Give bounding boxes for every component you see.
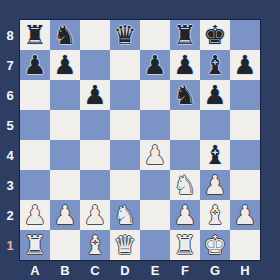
piece-black-pawn-e7[interactable]: ♟ <box>143 50 166 80</box>
square-b6[interactable] <box>50 80 80 110</box>
square-g1[interactable]: ♚ <box>200 230 230 260</box>
square-g4[interactable]: ♝ <box>200 140 230 170</box>
chess-board: ♜♞♛♜♚♟♟♟♟♝♟♟♞♟♟♝♞♟♟♟♟♞♟♝♟♜♝♛♜♚ <box>20 20 260 260</box>
piece-white-rook-f1[interactable]: ♜ <box>173 230 196 260</box>
piece-white-knight-f3[interactable]: ♞ <box>173 170 196 200</box>
rank-label-8: 8 <box>0 20 20 50</box>
square-a3[interactable] <box>20 170 50 200</box>
square-h6[interactable] <box>230 80 260 110</box>
piece-black-king-g8[interactable]: ♚ <box>203 20 226 50</box>
piece-white-queen-d1[interactable]: ♛ <box>113 230 136 260</box>
piece-white-pawn-h2[interactable]: ♟ <box>233 200 256 230</box>
piece-black-pawn-g6[interactable]: ♟ <box>203 80 226 110</box>
square-c8[interactable] <box>80 20 110 50</box>
file-label-h: H <box>230 260 260 280</box>
rank-label-1: 1 <box>0 230 20 260</box>
square-b1[interactable] <box>50 230 80 260</box>
square-h8[interactable] <box>230 20 260 50</box>
square-f1[interactable]: ♜ <box>170 230 200 260</box>
square-e5[interactable] <box>140 110 170 140</box>
square-b7[interactable]: ♟ <box>50 50 80 80</box>
square-g5[interactable] <box>200 110 230 140</box>
piece-black-pawn-a7[interactable]: ♟ <box>23 50 46 80</box>
square-f2[interactable]: ♟ <box>170 200 200 230</box>
rank-label-4: 4 <box>0 140 20 170</box>
file-label-a: A <box>20 260 50 280</box>
piece-white-pawn-e4[interactable]: ♟ <box>143 140 166 170</box>
square-d1[interactable]: ♛ <box>110 230 140 260</box>
file-label-b: B <box>50 260 80 280</box>
square-f4[interactable] <box>170 140 200 170</box>
piece-black-pawn-b7[interactable]: ♟ <box>53 50 76 80</box>
square-d7[interactable] <box>110 50 140 80</box>
file-labels: ABCDEFGH <box>20 260 260 280</box>
piece-white-king-g1[interactable]: ♚ <box>203 230 226 260</box>
piece-black-rook-f8[interactable]: ♜ <box>173 20 196 50</box>
square-h4[interactable] <box>230 140 260 170</box>
rank-label-2: 2 <box>0 200 20 230</box>
piece-black-pawn-c6[interactable]: ♟ <box>83 80 106 110</box>
piece-black-queen-d8[interactable]: ♛ <box>113 20 136 50</box>
square-f7[interactable]: ♟ <box>170 50 200 80</box>
square-f6[interactable]: ♞ <box>170 80 200 110</box>
rank-labels: 87654321 <box>0 20 20 260</box>
square-e1[interactable] <box>140 230 170 260</box>
square-a8[interactable]: ♜ <box>20 20 50 50</box>
square-d4[interactable] <box>110 140 140 170</box>
piece-white-rook-a1[interactable]: ♜ <box>23 230 46 260</box>
piece-white-pawn-a2[interactable]: ♟ <box>23 200 46 230</box>
piece-white-bishop-c1[interactable]: ♝ <box>83 230 106 260</box>
square-e7[interactable]: ♟ <box>140 50 170 80</box>
square-h5[interactable] <box>230 110 260 140</box>
square-a6[interactable] <box>20 80 50 110</box>
square-g7[interactable]: ♝ <box>200 50 230 80</box>
square-a7[interactable]: ♟ <box>20 50 50 80</box>
piece-black-pawn-h7[interactable]: ♟ <box>233 50 256 80</box>
square-c6[interactable]: ♟ <box>80 80 110 110</box>
file-label-d: D <box>110 260 140 280</box>
rank-label-7: 7 <box>0 50 20 80</box>
piece-white-pawn-c2[interactable]: ♟ <box>83 200 106 230</box>
square-d6[interactable] <box>110 80 140 110</box>
piece-black-pawn-f7[interactable]: ♟ <box>173 50 196 80</box>
piece-black-knight-f6[interactable]: ♞ <box>173 80 196 110</box>
square-g8[interactable]: ♚ <box>200 20 230 50</box>
file-label-c: C <box>80 260 110 280</box>
square-a1[interactable]: ♜ <box>20 230 50 260</box>
square-b3[interactable] <box>50 170 80 200</box>
square-d2[interactable]: ♞ <box>110 200 140 230</box>
rank-label-3: 3 <box>0 170 20 200</box>
square-f5[interactable] <box>170 110 200 140</box>
square-f8[interactable]: ♜ <box>170 20 200 50</box>
square-e8[interactable] <box>140 20 170 50</box>
rank-label-5: 5 <box>0 110 20 140</box>
chess-board-frame: 87654321 ♜♞♛♜♚♟♟♟♟♝♟♟♞♟♟♝♞♟♟♟♟♞♟♝♟♜♝♛♜♚ … <box>0 0 280 280</box>
square-g6[interactable]: ♟ <box>200 80 230 110</box>
piece-white-knight-d2[interactable]: ♞ <box>113 200 136 230</box>
square-h2[interactable]: ♟ <box>230 200 260 230</box>
square-d3[interactable] <box>110 170 140 200</box>
square-e4[interactable]: ♟ <box>140 140 170 170</box>
square-c1[interactable]: ♝ <box>80 230 110 260</box>
square-c7[interactable] <box>80 50 110 80</box>
square-b5[interactable] <box>50 110 80 140</box>
square-e3[interactable] <box>140 170 170 200</box>
square-h7[interactable]: ♟ <box>230 50 260 80</box>
square-g2[interactable]: ♝ <box>200 200 230 230</box>
square-e6[interactable] <box>140 80 170 110</box>
piece-white-bishop-g2[interactable]: ♝ <box>203 200 226 230</box>
square-c5[interactable] <box>80 110 110 140</box>
file-label-f: F <box>170 260 200 280</box>
square-a4[interactable] <box>20 140 50 170</box>
piece-white-pawn-g3[interactable]: ♟ <box>203 170 226 200</box>
piece-black-bishop-g4[interactable]: ♝ <box>203 140 226 170</box>
square-c4[interactable] <box>80 140 110 170</box>
square-b2[interactable]: ♟ <box>50 200 80 230</box>
piece-black-knight-b8[interactable]: ♞ <box>53 20 76 50</box>
square-b4[interactable] <box>50 140 80 170</box>
square-a5[interactable] <box>20 110 50 140</box>
square-b8[interactable]: ♞ <box>50 20 80 50</box>
square-g3[interactable]: ♟ <box>200 170 230 200</box>
file-label-g: G <box>200 260 230 280</box>
square-a2[interactable]: ♟ <box>20 200 50 230</box>
piece-white-pawn-f2[interactable]: ♟ <box>173 200 196 230</box>
square-h1[interactable] <box>230 230 260 260</box>
rank-label-6: 6 <box>0 80 20 110</box>
square-e2[interactable] <box>140 200 170 230</box>
square-f3[interactable]: ♞ <box>170 170 200 200</box>
piece-white-pawn-b2[interactable]: ♟ <box>53 200 76 230</box>
file-label-e: E <box>140 260 170 280</box>
square-c3[interactable] <box>80 170 110 200</box>
square-c2[interactable]: ♟ <box>80 200 110 230</box>
piece-black-bishop-g7[interactable]: ♝ <box>203 50 226 80</box>
square-d5[interactable] <box>110 110 140 140</box>
square-h3[interactable] <box>230 170 260 200</box>
square-d8[interactable]: ♛ <box>110 20 140 50</box>
piece-black-rook-a8[interactable]: ♜ <box>23 20 46 50</box>
